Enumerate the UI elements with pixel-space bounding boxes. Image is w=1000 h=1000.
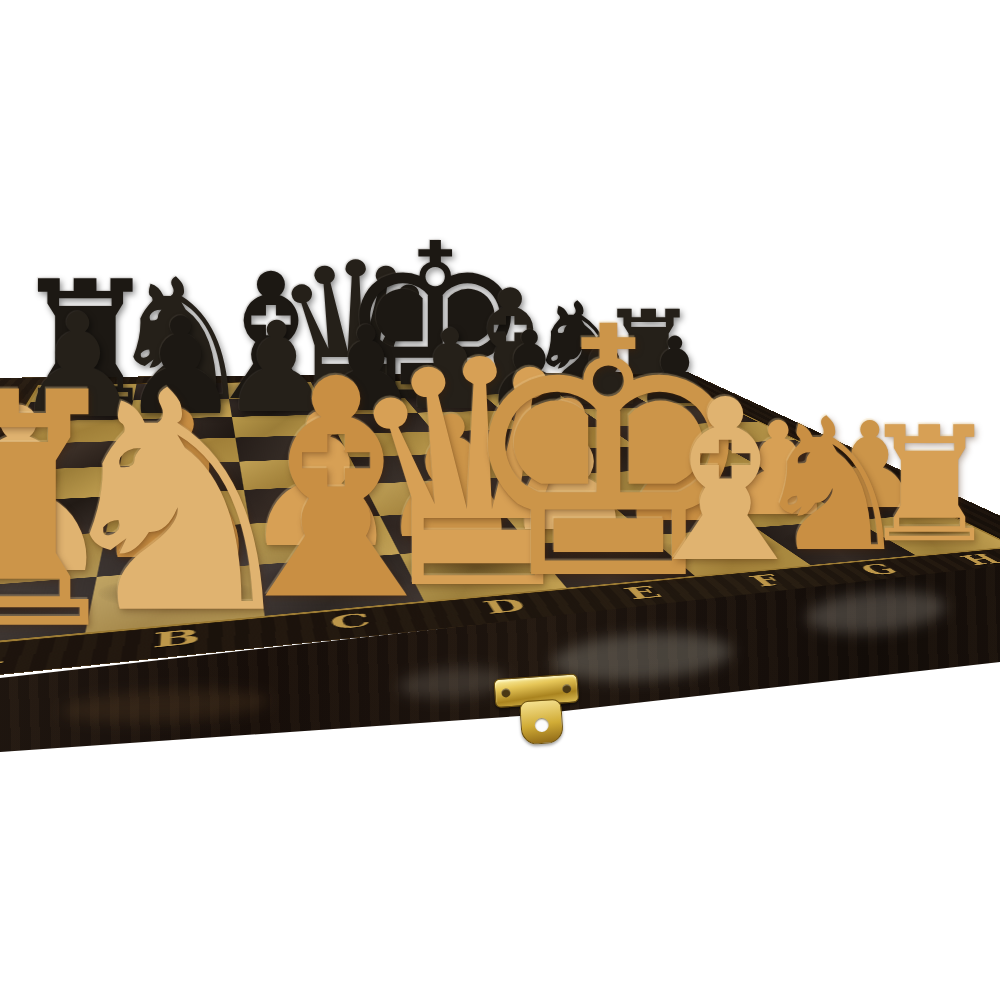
latch-screw-icon — [562, 684, 572, 694]
square-b7 — [129, 399, 232, 419]
wood-smudge — [59, 685, 270, 728]
latch-screw-icon — [501, 688, 511, 698]
square-a8 — [31, 384, 137, 402]
square-d8 — [311, 381, 403, 397]
square-d7 — [319, 396, 418, 415]
square-c8 — [226, 382, 318, 399]
square-b8 — [133, 383, 229, 400]
wood-smudge — [805, 586, 948, 638]
wood-smudge — [397, 664, 509, 702]
latch-hole — [534, 718, 549, 733]
chess-set-photo: ABCDEFGH ♜♞♝♛♚♝♞♜♟♟♟♟♟♟♟♟♟♟♟♟♟♟♟♟♜♞♝♛♚♝♞… — [0, 0, 1000, 1000]
file-labels: ABCDEFGH — [0, 372, 687, 378]
square-c7 — [229, 397, 328, 416]
latch-hasp — [519, 699, 564, 746]
brass-latch-icon — [493, 673, 588, 755]
